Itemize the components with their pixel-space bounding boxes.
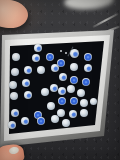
gemstone: [41, 88, 49, 96]
gemstone: [70, 76, 78, 84]
gemstone: [10, 92, 18, 100]
gemstone: [59, 73, 67, 81]
gemstone: [70, 97, 78, 105]
gemstone: [37, 66, 45, 74]
gemstone: [46, 53, 54, 61]
gemstone: [34, 44, 42, 52]
gemstone: [80, 109, 88, 117]
gemstone: [50, 84, 58, 92]
gemstone: [9, 81, 17, 89]
gemstone: [69, 110, 77, 118]
gemstone: [58, 97, 66, 105]
gemstone: [57, 109, 65, 117]
gemstone: [80, 99, 88, 107]
reflection-speck: [25, 43, 27, 45]
reflection-speck: [43, 42, 45, 44]
gemstone: [32, 54, 40, 62]
gemstone: [47, 102, 55, 110]
gemstone: [84, 53, 92, 61]
gemstone: [24, 91, 32, 99]
gemstone: [12, 53, 20, 61]
gemstone: [90, 98, 97, 105]
gemstone: [57, 59, 65, 67]
gemstone: [77, 89, 85, 97]
gemstone: [21, 117, 29, 125]
gemstone: [70, 63, 78, 71]
gemstone: [22, 79, 30, 87]
gemstone: [37, 117, 45, 125]
gemstone: [11, 68, 19, 76]
gemstone: [58, 87, 66, 95]
gemstone: [24, 66, 32, 74]
gemstone: [67, 85, 75, 93]
gemstone: [11, 109, 19, 117]
gemstone: [62, 119, 70, 127]
gemstone: [70, 49, 79, 58]
gemstone: [82, 78, 90, 86]
reflection-speck: [65, 52, 67, 54]
reflection-speck: [60, 50, 62, 52]
gemstone: [84, 64, 92, 72]
gemstone: [8, 121, 16, 129]
gemstone-photo: [0, 0, 120, 160]
